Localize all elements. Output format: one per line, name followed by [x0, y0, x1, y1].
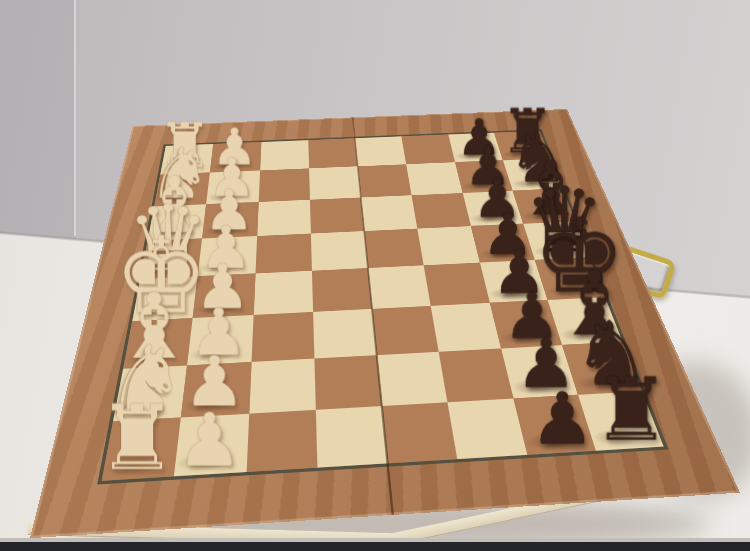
- square-c4: [310, 197, 365, 233]
- square-e5: [368, 265, 431, 309]
- piece-white-rook-h1: ♜: [97, 394, 177, 484]
- square-f4: [313, 309, 377, 358]
- square-h4: [316, 406, 388, 468]
- square-h1: ♜: [102, 417, 181, 480]
- square-f3: [251, 312, 314, 361]
- square-e6: [424, 263, 490, 306]
- square-h2: ♟: [174, 413, 248, 476]
- square-b3: [258, 168, 309, 201]
- piece-white-pawn-h2: ♟: [177, 402, 243, 476]
- square-c5: [361, 195, 418, 231]
- square-g3: [249, 358, 316, 413]
- piece-black-rook-h8: ♜: [592, 366, 670, 453]
- square-d4: [311, 231, 368, 271]
- square-a4: [308, 138, 358, 168]
- square-d3: [255, 233, 312, 273]
- square-f5: [372, 306, 439, 355]
- square-h5: [382, 402, 458, 463]
- photo-scene: ♜♟♟♜♞♟♟♞♝♟♟♝♛♟♟♛♚♟♟♚♝♟♟♝♞♟♟♞♜♟♟♜: [0, 0, 750, 551]
- square-h7: ♟: [513, 395, 596, 455]
- square-e3: [253, 271, 313, 315]
- square-g5: [377, 351, 448, 405]
- square-f6: [431, 303, 501, 351]
- bottom-dark-strip: [0, 542, 750, 551]
- square-g4: [314, 355, 382, 410]
- square-a5: [355, 136, 406, 166]
- square-a3: [260, 140, 309, 170]
- square-a6: [402, 135, 455, 165]
- square-e4: [312, 268, 372, 312]
- wall-corner-seam: [74, 0, 76, 236]
- square-b5: [358, 164, 412, 197]
- square-c3: [257, 199, 311, 235]
- square-h3: [246, 410, 317, 472]
- square-b6: [406, 162, 462, 195]
- square-b4: [309, 166, 361, 199]
- piece-black-pawn-h7: ♟: [529, 382, 594, 454]
- square-d6: [418, 226, 480, 265]
- square-d5: [364, 228, 424, 268]
- wall-left-shade: [0, 0, 76, 240]
- square-c6: [412, 193, 471, 229]
